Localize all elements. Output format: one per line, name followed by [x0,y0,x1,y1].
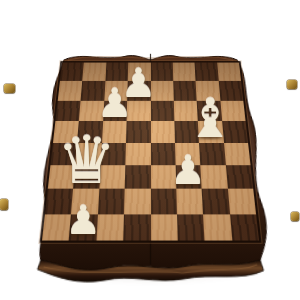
square-g1[interactable] [203,214,232,241]
square-a7[interactable] [57,81,82,100]
square-d2[interactable] [124,188,150,213]
square-h8[interactable] [216,62,240,81]
square-e1[interactable] [150,214,177,241]
square-d4[interactable] [125,142,150,165]
square-h1[interactable] [229,214,258,241]
brass-hinge-left-bottom [0,199,8,210]
square-h2[interactable] [227,188,256,213]
brass-hinge-right-bottom [291,212,299,221]
white-pawn-f3[interactable]: ♟ [170,154,206,185]
white-queen-b3[interactable]: ♛ [57,134,116,185]
square-g8[interactable] [194,62,218,81]
square-a8[interactable] [59,62,83,81]
square-h3[interactable] [225,165,253,189]
chessboard-photo: ♟♟♝♛♟♟ [0,0,300,300]
square-d3[interactable] [124,165,150,189]
square-d1[interactable] [123,214,150,241]
white-pawn-c6[interactable]: ♟ [97,88,133,119]
brass-latch-left-top [4,84,15,93]
square-a6[interactable] [55,100,80,120]
white-bishop-g5[interactable]: ♝ [186,98,234,140]
square-b8[interactable] [82,62,106,81]
square-f1[interactable] [176,214,204,241]
brass-latch-right-top [287,80,297,89]
square-f8[interactable] [172,62,195,81]
white-pawn-b1[interactable]: ♟ [65,205,101,236]
square-e5[interactable] [150,121,174,142]
